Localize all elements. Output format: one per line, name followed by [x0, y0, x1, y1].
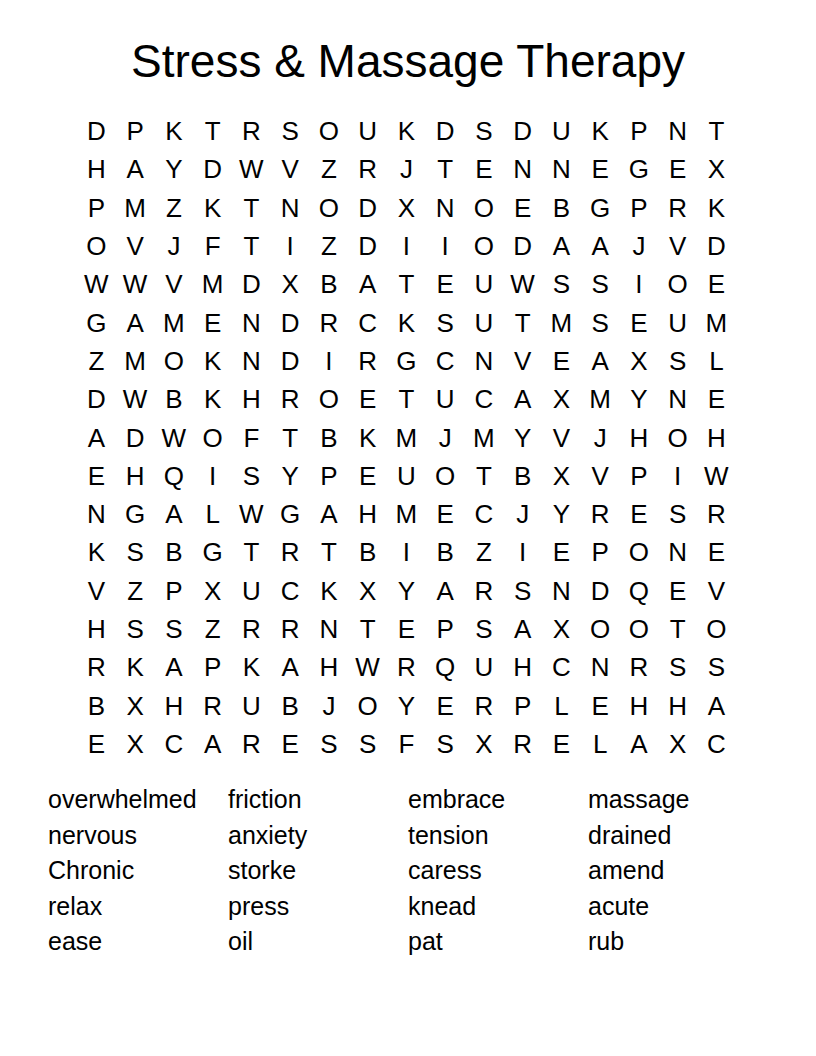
grid-cell-r13c6: C — [271, 572, 310, 610]
grid-cell-r16c16: H — [658, 686, 697, 724]
grid-cell-r8c5: H — [232, 380, 271, 418]
grid-cell-r9c9: M — [387, 418, 426, 456]
grid-cell-r16c15: H — [620, 686, 659, 724]
grid-cell-r13c9: Y — [387, 572, 426, 610]
grid-cell-r7c9: G — [387, 342, 426, 380]
grid-cell-r4c3: J — [155, 227, 194, 265]
grid-cell-r6c3: M — [155, 303, 194, 341]
grid-cell-r10c6: Y — [271, 457, 310, 495]
grid-cell-r17c3: C — [155, 725, 194, 763]
grid-cell-r5c7: B — [310, 265, 349, 303]
grid-cell-r10c5: S — [232, 457, 271, 495]
grid-cell-r15c12: H — [503, 648, 542, 686]
grid-cell-r1c8: U — [348, 112, 387, 150]
grid-cell-r13c13: N — [542, 572, 581, 610]
grid-cell-r11c7: A — [310, 495, 349, 533]
grid-cell-r6c16: U — [658, 303, 697, 341]
worksheet-page: Stress & Massage Therapy DPKTRSOUKDSDUKP… — [0, 0, 816, 1056]
grid-cell-r5c2: W — [116, 265, 155, 303]
grid-cell-r12c5: T — [232, 533, 271, 571]
grid-cell-r10c9: U — [387, 457, 426, 495]
grid-cell-r15c15: R — [620, 648, 659, 686]
word-item: tension — [408, 818, 588, 854]
grid-cell-r15c17: S — [697, 648, 736, 686]
grid-cell-r16c13: L — [542, 686, 581, 724]
grid-cell-r5c3: V — [155, 265, 194, 303]
grid-cell-r11c13: Y — [542, 495, 581, 533]
grid-cell-r8c17: E — [697, 380, 736, 418]
grid-cell-r1c6: S — [271, 112, 310, 150]
grid-cell-r5c11: U — [465, 265, 504, 303]
grid-cell-r14c2: S — [116, 610, 155, 648]
grid-cell-r14c13: X — [542, 610, 581, 648]
grid-cell-r2c17: X — [697, 150, 736, 188]
grid-cell-r8c15: Y — [620, 380, 659, 418]
grid-cell-r2c12: N — [503, 150, 542, 188]
grid-cell-r1c13: U — [542, 112, 581, 150]
grid-cell-r12c3: B — [155, 533, 194, 571]
grid-cell-r1c17: T — [697, 112, 736, 150]
grid-cell-r3c16: R — [658, 189, 697, 227]
grid-cell-r7c17: L — [697, 342, 736, 380]
grid-cell-r5c4: M — [193, 265, 232, 303]
grid-cell-r8c11: C — [465, 380, 504, 418]
grid-cell-r7c8: R — [348, 342, 387, 380]
grid-cell-r2c3: Y — [155, 150, 194, 188]
grid-cell-r4c16: V — [658, 227, 697, 265]
grid-cell-r11c16: S — [658, 495, 697, 533]
grid-cell-r11c15: E — [620, 495, 659, 533]
grid-cell-r3c4: K — [193, 189, 232, 227]
grid-cell-r16c2: X — [116, 686, 155, 724]
grid-cell-r15c6: A — [271, 648, 310, 686]
grid-cell-r2c1: H — [77, 150, 116, 188]
grid-cell-r15c5: K — [232, 648, 271, 686]
grid-cell-r14c10: P — [426, 610, 465, 648]
grid-cell-r7c6: D — [271, 342, 310, 380]
word-item: caress — [408, 853, 588, 889]
grid-cell-r4c1: O — [77, 227, 116, 265]
grid-cell-r15c8: W — [348, 648, 387, 686]
grid-cell-r1c11: S — [465, 112, 504, 150]
word-item: friction — [228, 782, 408, 818]
grid-cell-r14c5: R — [232, 610, 271, 648]
grid-cell-r14c12: A — [503, 610, 542, 648]
grid-cell-r8c3: B — [155, 380, 194, 418]
grid-cell-r15c3: A — [155, 648, 194, 686]
grid-cell-r4c12: D — [503, 227, 542, 265]
grid-cell-r7c14: A — [581, 342, 620, 380]
grid-cell-r12c11: Z — [465, 533, 504, 571]
word-item: drained — [588, 818, 768, 854]
grid-cell-r2c8: R — [348, 150, 387, 188]
grid-cell-r10c13: X — [542, 457, 581, 495]
grid-cell-r3c3: Z — [155, 189, 194, 227]
grid-cell-r6c5: N — [232, 303, 271, 341]
grid-cell-r7c15: X — [620, 342, 659, 380]
grid-cell-r17c11: X — [465, 725, 504, 763]
grid-cell-r4c14: A — [581, 227, 620, 265]
word-item: knead — [408, 889, 588, 925]
letter-grid: DPKTRSOUKDSDUKPNTHAYDWVZRJTENNEGEXPMZKTN… — [77, 112, 736, 763]
grid-cell-r6c12: T — [503, 303, 542, 341]
grid-cell-r1c5: R — [232, 112, 271, 150]
grid-cell-r8c9: T — [387, 380, 426, 418]
grid-cell-r1c15: P — [620, 112, 659, 150]
grid-cell-r6c10: S — [426, 303, 465, 341]
grid-cell-r17c10: S — [426, 725, 465, 763]
grid-cell-r4c4: F — [193, 227, 232, 265]
grid-cell-r5c14: S — [581, 265, 620, 303]
grid-cell-r7c1: Z — [77, 342, 116, 380]
grid-cell-r3c17: K — [697, 189, 736, 227]
grid-cell-r16c11: R — [465, 686, 504, 724]
grid-cell-r9c16: O — [658, 418, 697, 456]
grid-cell-r4c10: I — [426, 227, 465, 265]
grid-cell-r1c4: T — [193, 112, 232, 150]
grid-cell-r14c7: N — [310, 610, 349, 648]
grid-cell-r9c13: V — [542, 418, 581, 456]
grid-cell-r6c15: E — [620, 303, 659, 341]
grid-cell-r17c14: L — [581, 725, 620, 763]
grid-cell-r14c9: E — [387, 610, 426, 648]
grid-cell-r6c8: C — [348, 303, 387, 341]
grid-cell-r6c17: M — [697, 303, 736, 341]
grid-cell-r7c4: K — [193, 342, 232, 380]
grid-cell-r14c17: O — [697, 610, 736, 648]
grid-cell-r13c4: X — [193, 572, 232, 610]
grid-cell-r14c11: S — [465, 610, 504, 648]
grid-cell-r8c13: X — [542, 380, 581, 418]
grid-cell-r17c12: R — [503, 725, 542, 763]
grid-cell-r3c14: G — [581, 189, 620, 227]
grid-cell-r8c10: U — [426, 380, 465, 418]
grid-cell-r9c2: D — [116, 418, 155, 456]
grid-cell-r7c12: V — [503, 342, 542, 380]
grid-cell-r3c10: N — [426, 189, 465, 227]
grid-cell-r6c2: A — [116, 303, 155, 341]
grid-cell-r3c11: O — [465, 189, 504, 227]
grid-cell-r9c7: B — [310, 418, 349, 456]
grid-cell-r17c1: E — [77, 725, 116, 763]
grid-cell-r10c7: P — [310, 457, 349, 495]
grid-cell-r5c6: X — [271, 265, 310, 303]
grid-cell-r8c14: M — [581, 380, 620, 418]
grid-cell-r10c11: T — [465, 457, 504, 495]
grid-cell-r10c12: B — [503, 457, 542, 495]
grid-cell-r15c16: S — [658, 648, 697, 686]
grid-cell-r12c1: K — [77, 533, 116, 571]
word-item: oil — [228, 924, 408, 960]
word-item: overwhelmed — [48, 782, 228, 818]
word-item: acute — [588, 889, 768, 925]
grid-cell-r3c15: P — [620, 189, 659, 227]
grid-cell-r16c10: E — [426, 686, 465, 724]
grid-cell-r8c4: K — [193, 380, 232, 418]
grid-cell-r11c3: A — [155, 495, 194, 533]
grid-cell-r4c9: I — [387, 227, 426, 265]
grid-cell-r13c10: A — [426, 572, 465, 610]
word-item: press — [228, 889, 408, 925]
grid-cell-r13c3: P — [155, 572, 194, 610]
grid-cell-r13c8: X — [348, 572, 387, 610]
grid-cell-r17c13: E — [542, 725, 581, 763]
grid-cell-r1c7: O — [310, 112, 349, 150]
grid-cell-r12c9: I — [387, 533, 426, 571]
grid-cell-r5c5: D — [232, 265, 271, 303]
grid-cell-r17c5: R — [232, 725, 271, 763]
word-list-column-1: overwhelmednervousChronicrelaxease — [48, 782, 228, 960]
grid-cell-r10c8: E — [348, 457, 387, 495]
word-item: rub — [588, 924, 768, 960]
word-item: relax — [48, 889, 228, 925]
grid-cell-r15c11: U — [465, 648, 504, 686]
grid-cell-r17c8: S — [348, 725, 387, 763]
grid-cell-r4c8: D — [348, 227, 387, 265]
grid-cell-r14c6: R — [271, 610, 310, 648]
grid-cell-r14c16: T — [658, 610, 697, 648]
grid-cell-r16c3: H — [155, 686, 194, 724]
grid-cell-r8c8: E — [348, 380, 387, 418]
word-item: pat — [408, 924, 588, 960]
word-list-column-2: frictionanxietystorkepressoil — [228, 782, 408, 960]
grid-cell-r13c7: K — [310, 572, 349, 610]
grid-cell-r3c1: P — [77, 189, 116, 227]
grid-cell-r6c9: K — [387, 303, 426, 341]
grid-cell-r5c9: T — [387, 265, 426, 303]
grid-cell-r17c16: X — [658, 725, 697, 763]
grid-cell-r7c16: S — [658, 342, 697, 380]
word-list-column-3: embracetensioncaresskneadpat — [408, 782, 588, 960]
grid-cell-r2c5: W — [232, 150, 271, 188]
grid-cell-r7c7: I — [310, 342, 349, 380]
grid-cell-r1c1: D — [77, 112, 116, 150]
grid-cell-r12c12: I — [503, 533, 542, 571]
grid-cell-r6c14: S — [581, 303, 620, 341]
grid-cell-r7c10: C — [426, 342, 465, 380]
grid-cell-r12c4: G — [193, 533, 232, 571]
word-item: nervous — [48, 818, 228, 854]
grid-cell-r7c13: E — [542, 342, 581, 380]
grid-cell-r16c8: O — [348, 686, 387, 724]
grid-cell-r3c13: B — [542, 189, 581, 227]
grid-cell-r9c8: K — [348, 418, 387, 456]
grid-cell-r8c16: N — [658, 380, 697, 418]
grid-cell-r1c3: K — [155, 112, 194, 150]
grid-cell-r16c14: E — [581, 686, 620, 724]
grid-cell-r10c14: V — [581, 457, 620, 495]
word-item: anxiety — [228, 818, 408, 854]
grid-cell-r17c2: X — [116, 725, 155, 763]
grid-cell-r3c7: O — [310, 189, 349, 227]
grid-cell-r5c15: I — [620, 265, 659, 303]
grid-cell-r4c7: Z — [310, 227, 349, 265]
grid-cell-r1c2: P — [116, 112, 155, 150]
grid-cell-r2c11: E — [465, 150, 504, 188]
grid-cell-r14c15: O — [620, 610, 659, 648]
grid-cell-r5c13: S — [542, 265, 581, 303]
grid-cell-r11c11: C — [465, 495, 504, 533]
grid-cell-r7c5: N — [232, 342, 271, 380]
grid-cell-r3c2: M — [116, 189, 155, 227]
grid-cell-r5c17: E — [697, 265, 736, 303]
grid-cell-r15c1: R — [77, 648, 116, 686]
grid-cell-r15c10: Q — [426, 648, 465, 686]
grid-cell-r1c10: D — [426, 112, 465, 150]
grid-cell-r10c10: O — [426, 457, 465, 495]
grid-cell-r11c14: R — [581, 495, 620, 533]
grid-cell-r6c13: M — [542, 303, 581, 341]
grid-cell-r9c15: H — [620, 418, 659, 456]
grid-cell-r8c12: A — [503, 380, 542, 418]
grid-cell-r17c6: E — [271, 725, 310, 763]
grid-cell-r4c15: J — [620, 227, 659, 265]
grid-cell-r14c3: S — [155, 610, 194, 648]
grid-cell-r3c6: N — [271, 189, 310, 227]
grid-cell-r10c3: Q — [155, 457, 194, 495]
grid-cell-r13c5: U — [232, 572, 271, 610]
grid-cell-r13c1: V — [77, 572, 116, 610]
grid-cell-r8c2: W — [116, 380, 155, 418]
grid-cell-r12c10: B — [426, 533, 465, 571]
grid-cell-r9c5: F — [232, 418, 271, 456]
grid-cell-r16c12: P — [503, 686, 542, 724]
grid-cell-r9c1: A — [77, 418, 116, 456]
grid-cell-r5c1: W — [77, 265, 116, 303]
grid-cell-r3c8: D — [348, 189, 387, 227]
grid-cell-r4c5: T — [232, 227, 271, 265]
word-item: amend — [588, 853, 768, 889]
grid-cell-r10c15: P — [620, 457, 659, 495]
grid-cell-r13c15: Q — [620, 572, 659, 610]
grid-cell-r16c7: J — [310, 686, 349, 724]
grid-cell-r13c17: V — [697, 572, 736, 610]
grid-cell-r17c7: S — [310, 725, 349, 763]
word-item: embrace — [408, 782, 588, 818]
grid-cell-r16c1: B — [77, 686, 116, 724]
word-item: storke — [228, 853, 408, 889]
grid-cell-r1c16: N — [658, 112, 697, 150]
grid-cell-r11c5: W — [232, 495, 271, 533]
grid-cell-r12c13: E — [542, 533, 581, 571]
word-item: Chronic — [48, 853, 228, 889]
grid-cell-r5c12: W — [503, 265, 542, 303]
grid-cell-r17c4: A — [193, 725, 232, 763]
grid-cell-r6c1: G — [77, 303, 116, 341]
grid-cell-r2c13: N — [542, 150, 581, 188]
grid-cell-r7c11: N — [465, 342, 504, 380]
grid-cell-r9c17: H — [697, 418, 736, 456]
grid-cell-r11c9: M — [387, 495, 426, 533]
grid-cell-r2c14: E — [581, 150, 620, 188]
grid-cell-r2c2: A — [116, 150, 155, 188]
grid-cell-r7c3: O — [155, 342, 194, 380]
grid-cell-r9c12: Y — [503, 418, 542, 456]
grid-cell-r9c10: J — [426, 418, 465, 456]
grid-cell-r2c15: G — [620, 150, 659, 188]
grid-cell-r16c9: Y — [387, 686, 426, 724]
grid-cell-r16c6: B — [271, 686, 310, 724]
grid-cell-r2c9: J — [387, 150, 426, 188]
grid-cell-r11c10: E — [426, 495, 465, 533]
grid-cell-r8c7: O — [310, 380, 349, 418]
grid-cell-r16c17: A — [697, 686, 736, 724]
word-list-column-4: massagedrainedamendacuterub — [588, 782, 768, 960]
grid-cell-r10c16: I — [658, 457, 697, 495]
grid-cell-r2c7: Z — [310, 150, 349, 188]
grid-cell-r5c16: O — [658, 265, 697, 303]
grid-cell-r3c12: E — [503, 189, 542, 227]
grid-cell-r11c6: G — [271, 495, 310, 533]
grid-cell-r1c9: K — [387, 112, 426, 150]
grid-cell-r17c17: C — [697, 725, 736, 763]
grid-cell-r6c7: R — [310, 303, 349, 341]
grid-cell-r13c16: E — [658, 572, 697, 610]
grid-cell-r9c3: W — [155, 418, 194, 456]
grid-cell-r12c16: N — [658, 533, 697, 571]
grid-cell-r14c1: H — [77, 610, 116, 648]
grid-cell-r11c2: G — [116, 495, 155, 533]
grid-cell-r4c6: I — [271, 227, 310, 265]
grid-cell-r16c4: R — [193, 686, 232, 724]
puzzle-title: Stress & Massage Therapy — [0, 34, 816, 88]
grid-cell-r8c6: R — [271, 380, 310, 418]
grid-cell-r4c17: D — [697, 227, 736, 265]
grid-cell-r11c4: L — [193, 495, 232, 533]
grid-cell-r15c14: N — [581, 648, 620, 686]
grid-cell-r10c4: I — [193, 457, 232, 495]
grid-cell-r9c14: J — [581, 418, 620, 456]
grid-cell-r8c1: D — [77, 380, 116, 418]
grid-cell-r11c8: H — [348, 495, 387, 533]
grid-cell-r13c12: S — [503, 572, 542, 610]
grid-cell-r4c13: A — [542, 227, 581, 265]
grid-cell-r4c11: O — [465, 227, 504, 265]
grid-cell-r9c6: T — [271, 418, 310, 456]
grid-cell-r6c4: E — [193, 303, 232, 341]
grid-cell-r14c14: O — [581, 610, 620, 648]
grid-cell-r12c2: S — [116, 533, 155, 571]
word-item: ease — [48, 924, 228, 960]
grid-cell-r3c5: T — [232, 189, 271, 227]
grid-cell-r11c1: N — [77, 495, 116, 533]
grid-cell-r15c13: C — [542, 648, 581, 686]
grid-cell-r5c8: A — [348, 265, 387, 303]
grid-cell-r12c8: B — [348, 533, 387, 571]
grid-cell-r5c10: E — [426, 265, 465, 303]
grid-cell-r6c6: D — [271, 303, 310, 341]
grid-cell-r15c7: H — [310, 648, 349, 686]
grid-cell-r12c14: P — [581, 533, 620, 571]
grid-cell-r3c9: X — [387, 189, 426, 227]
grid-cell-r10c2: H — [116, 457, 155, 495]
grid-cell-r11c17: R — [697, 495, 736, 533]
grid-cell-r2c16: E — [658, 150, 697, 188]
grid-cell-r10c17: W — [697, 457, 736, 495]
grid-cell-r12c17: E — [697, 533, 736, 571]
grid-cell-r7c2: M — [116, 342, 155, 380]
word-item: massage — [588, 782, 768, 818]
grid-cell-r15c4: P — [193, 648, 232, 686]
grid-cell-r6c11: U — [465, 303, 504, 341]
grid-cell-r11c12: J — [503, 495, 542, 533]
word-list: overwhelmednervousChronicrelaxeasefricti… — [48, 782, 768, 960]
grid-cell-r4c2: V — [116, 227, 155, 265]
grid-cell-r13c2: Z — [116, 572, 155, 610]
grid-cell-r2c6: V — [271, 150, 310, 188]
grid-cell-r10c1: E — [77, 457, 116, 495]
grid-cell-r13c14: D — [581, 572, 620, 610]
